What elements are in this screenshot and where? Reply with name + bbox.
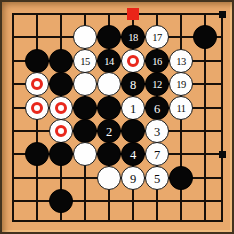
numbered-white-stone: 9 [121,166,145,190]
numbered-white-stone: 13 [169,49,193,73]
stone-number: 1 [130,102,136,115]
black-stone [193,25,217,49]
stone-number: 8 [130,78,136,91]
red-circle-mark-icon [55,125,67,137]
stone-number: 5 [154,172,160,185]
numbered-white-stone: 5 [145,166,169,190]
numbered-black-stone: 6 [145,96,169,120]
black-stone [25,142,49,166]
go-board[interactable]: 181715141613812191611234795 [0,0,234,234]
grid-line-h [12,13,222,14]
white-stone [73,72,97,96]
stone-number: 18 [128,32,137,43]
stone-number: 9 [130,172,136,185]
stone-number: 11 [177,103,186,114]
stone-number: 14 [104,56,113,67]
stone-number: 6 [154,102,160,115]
red-circle-mark-icon [31,78,43,90]
stone-number: 13 [176,56,185,67]
black-stone [97,142,121,166]
black-stone [73,119,97,143]
numbered-black-stone: 8 [121,72,145,96]
white-stone [73,25,97,49]
grid-line-h [12,200,222,201]
numbered-white-stone: 19 [169,72,193,96]
black-stone [25,49,49,73]
stone-number: 19 [176,79,185,90]
stone-number: 4 [130,148,136,161]
red-circle-mark-icon [31,102,43,114]
star-point-icon [219,151,226,158]
board-boundary-line-bottom [12,220,222,221]
numbered-white-stone: 11 [169,96,193,120]
numbered-black-stone: 12 [145,72,169,96]
red-circle-mark-icon [127,55,139,67]
black-stone [73,96,97,120]
black-stone [49,142,73,166]
stone-number: 17 [152,32,161,43]
numbered-white-stone: 7 [145,142,169,166]
numbered-black-stone: 14 [97,49,121,73]
stone-number: 16 [152,56,161,67]
white-stone [49,96,73,120]
numbered-white-stone: 17 [145,25,169,49]
black-stone [49,49,73,73]
star-point-icon [219,11,226,18]
black-stone [49,189,73,213]
go-diagram: 181715141613812191611234795 [0,0,234,234]
numbered-white-stone: 15 [73,49,97,73]
white-stone [121,49,145,73]
stone-number: 2 [106,125,112,138]
white-stone [25,96,49,120]
numbered-black-stone: 2 [97,119,121,143]
white-stone [97,166,121,190]
black-stone [121,119,145,143]
stone-number: 12 [152,79,161,90]
black-stone [97,25,121,49]
numbered-black-stone: 4 [121,142,145,166]
stone-number: 15 [80,56,89,67]
numbered-white-stone: 3 [145,119,169,143]
numbered-black-stone: 18 [121,25,145,49]
red-square-marker [127,8,139,20]
white-stone [25,72,49,96]
white-stone [73,142,97,166]
grid-line-v [12,13,13,221]
white-stone [49,119,73,143]
red-circle-mark-icon [55,102,67,114]
numbered-white-stone: 1 [121,96,145,120]
white-stone [97,72,121,96]
stone-number: 7 [154,148,160,161]
board-boundary-line-right [221,13,222,221]
black-stone [97,96,121,120]
black-stone [49,72,73,96]
black-stone [169,166,193,190]
numbered-black-stone: 16 [145,49,169,73]
stone-number: 3 [154,125,160,138]
